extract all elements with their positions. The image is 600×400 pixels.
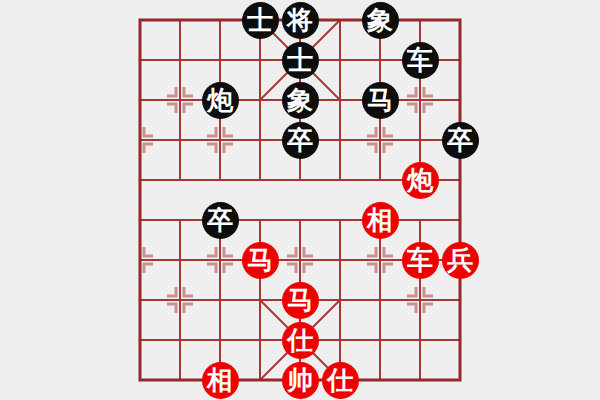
board-point[interactable] bbox=[240, 320, 280, 360]
board-point[interactable] bbox=[200, 120, 240, 160]
board-point[interactable]: 仕 bbox=[320, 360, 360, 400]
board-point[interactable] bbox=[400, 120, 440, 160]
board-point[interactable]: 帅 bbox=[280, 360, 320, 400]
red-advisor-piece[interactable]: 仕 bbox=[322, 362, 359, 399]
board-point[interactable] bbox=[240, 40, 280, 80]
black-soldier-piece[interactable]: 卒 bbox=[282, 122, 319, 159]
board-point[interactable] bbox=[440, 160, 480, 200]
board-point[interactable] bbox=[160, 0, 200, 40]
board-point[interactable] bbox=[400, 320, 440, 360]
board-point[interactable] bbox=[160, 200, 200, 240]
board-point[interactable]: 相 bbox=[360, 200, 400, 240]
board-point[interactable] bbox=[360, 360, 400, 400]
board-point[interactable] bbox=[120, 280, 160, 320]
black-elephant-piece[interactable]: 象 bbox=[282, 82, 319, 119]
board-point[interactable] bbox=[160, 280, 200, 320]
board-point[interactable]: 马 bbox=[360, 80, 400, 120]
board-point[interactable] bbox=[280, 160, 320, 200]
board-point[interactable] bbox=[360, 160, 400, 200]
board-point[interactable] bbox=[320, 40, 360, 80]
board-point[interactable] bbox=[200, 240, 240, 280]
red-cannon-piece[interactable]: 炮 bbox=[402, 162, 439, 199]
board-point[interactable] bbox=[320, 80, 360, 120]
board-point[interactable]: 象 bbox=[280, 80, 320, 120]
board-point[interactable] bbox=[400, 80, 440, 120]
xiangqi-board: 士将象士车炮象马卒卒炮卒相马车兵马仕相帅仕 bbox=[0, 0, 600, 400]
board-point[interactable] bbox=[120, 80, 160, 120]
board-point[interactable] bbox=[240, 120, 280, 160]
board-point[interactable]: 车 bbox=[400, 240, 440, 280]
board-point[interactable] bbox=[360, 320, 400, 360]
red-advisor-piece[interactable]: 仕 bbox=[282, 322, 319, 359]
board-point[interactable] bbox=[120, 0, 160, 40]
board-point[interactable] bbox=[320, 160, 360, 200]
black-chariot-piece[interactable]: 车 bbox=[402, 42, 439, 79]
board-point[interactable] bbox=[120, 40, 160, 80]
black-advisor-piece[interactable]: 士 bbox=[282, 42, 319, 79]
board-point[interactable] bbox=[320, 0, 360, 40]
board-point[interactable] bbox=[320, 320, 360, 360]
red-chariot-piece[interactable]: 车 bbox=[402, 242, 439, 279]
board-point[interactable]: 车 bbox=[400, 40, 440, 80]
board-point[interactable] bbox=[320, 200, 360, 240]
board-point[interactable] bbox=[240, 160, 280, 200]
board-point[interactable]: 象 bbox=[360, 0, 400, 40]
red-horse-piece[interactable]: 马 bbox=[282, 282, 319, 319]
board-point[interactable] bbox=[400, 280, 440, 320]
board-point[interactable] bbox=[240, 80, 280, 120]
board-point[interactable]: 卒 bbox=[280, 120, 320, 160]
board-point[interactable] bbox=[320, 280, 360, 320]
board-point[interactable] bbox=[360, 240, 400, 280]
board-point[interactable] bbox=[440, 320, 480, 360]
board-point[interactable] bbox=[320, 240, 360, 280]
board-point[interactable] bbox=[240, 280, 280, 320]
black-soldier-piece[interactable]: 卒 bbox=[202, 202, 239, 239]
board-point[interactable] bbox=[200, 320, 240, 360]
board-point[interactable]: 炮 bbox=[200, 80, 240, 120]
board-point[interactable] bbox=[120, 120, 160, 160]
red-horse-piece[interactable]: 马 bbox=[242, 242, 279, 279]
black-horse-piece[interactable]: 马 bbox=[362, 82, 399, 119]
board-point[interactable] bbox=[240, 200, 280, 240]
board-point[interactable]: 卒 bbox=[440, 120, 480, 160]
board-point[interactable] bbox=[400, 200, 440, 240]
board-point[interactable] bbox=[400, 360, 440, 400]
board-point[interactable] bbox=[120, 360, 160, 400]
board-point[interactable]: 卒 bbox=[200, 200, 240, 240]
board-point[interactable] bbox=[440, 80, 480, 120]
black-advisor-piece[interactable]: 士 bbox=[242, 2, 279, 39]
board-point[interactable]: 马 bbox=[240, 240, 280, 280]
board-point[interactable] bbox=[440, 40, 480, 80]
board-point[interactable] bbox=[120, 240, 160, 280]
board-point[interactable]: 仕 bbox=[280, 320, 320, 360]
board-point[interactable] bbox=[160, 360, 200, 400]
board-point[interactable] bbox=[360, 280, 400, 320]
board-point[interactable] bbox=[200, 160, 240, 200]
board-point[interactable] bbox=[160, 240, 200, 280]
black-soldier-piece[interactable]: 卒 bbox=[442, 122, 479, 159]
board-point[interactable] bbox=[200, 280, 240, 320]
board-point[interactable]: 炮 bbox=[400, 160, 440, 200]
black-cannon-piece[interactable]: 炮 bbox=[202, 82, 239, 119]
red-elephant-piece[interactable]: 相 bbox=[202, 362, 239, 399]
board-point[interactable] bbox=[440, 0, 480, 40]
board-point[interactable]: 士 bbox=[280, 40, 320, 80]
board-point[interactable] bbox=[200, 40, 240, 80]
board-point[interactable] bbox=[440, 360, 480, 400]
board-grid: 士将象士车炮象马卒卒炮卒相马车兵马仕相帅仕 bbox=[120, 0, 480, 400]
board-point[interactable] bbox=[160, 160, 200, 200]
board-point[interactable] bbox=[120, 320, 160, 360]
board-point[interactable] bbox=[160, 80, 200, 120]
board-point[interactable] bbox=[160, 320, 200, 360]
board-point[interactable]: 相 bbox=[200, 360, 240, 400]
board-point[interactable] bbox=[440, 280, 480, 320]
board-point[interactable] bbox=[320, 120, 360, 160]
red-general-piece[interactable]: 帅 bbox=[282, 362, 319, 399]
board-point[interactable] bbox=[200, 0, 240, 40]
board-point[interactable] bbox=[360, 40, 400, 80]
board-point[interactable] bbox=[160, 40, 200, 80]
red-soldier-piece[interactable]: 兵 bbox=[442, 242, 479, 279]
board-point[interactable] bbox=[240, 360, 280, 400]
board-point[interactable] bbox=[120, 200, 160, 240]
board-point[interactable] bbox=[440, 200, 480, 240]
board-point[interactable]: 马 bbox=[280, 280, 320, 320]
black-general-piece[interactable]: 将 bbox=[282, 2, 319, 39]
board-point[interactable] bbox=[360, 120, 400, 160]
red-elephant-piece[interactable]: 相 bbox=[362, 202, 399, 239]
board-point[interactable]: 士 bbox=[240, 0, 280, 40]
board-point[interactable] bbox=[280, 240, 320, 280]
board-point[interactable]: 将 bbox=[280, 0, 320, 40]
board-point[interactable] bbox=[120, 160, 160, 200]
black-elephant-piece[interactable]: 象 bbox=[362, 2, 399, 39]
board-point[interactable]: 兵 bbox=[440, 240, 480, 280]
board-point[interactable] bbox=[400, 0, 440, 40]
board-point[interactable] bbox=[280, 200, 320, 240]
board-point[interactable] bbox=[160, 120, 200, 160]
